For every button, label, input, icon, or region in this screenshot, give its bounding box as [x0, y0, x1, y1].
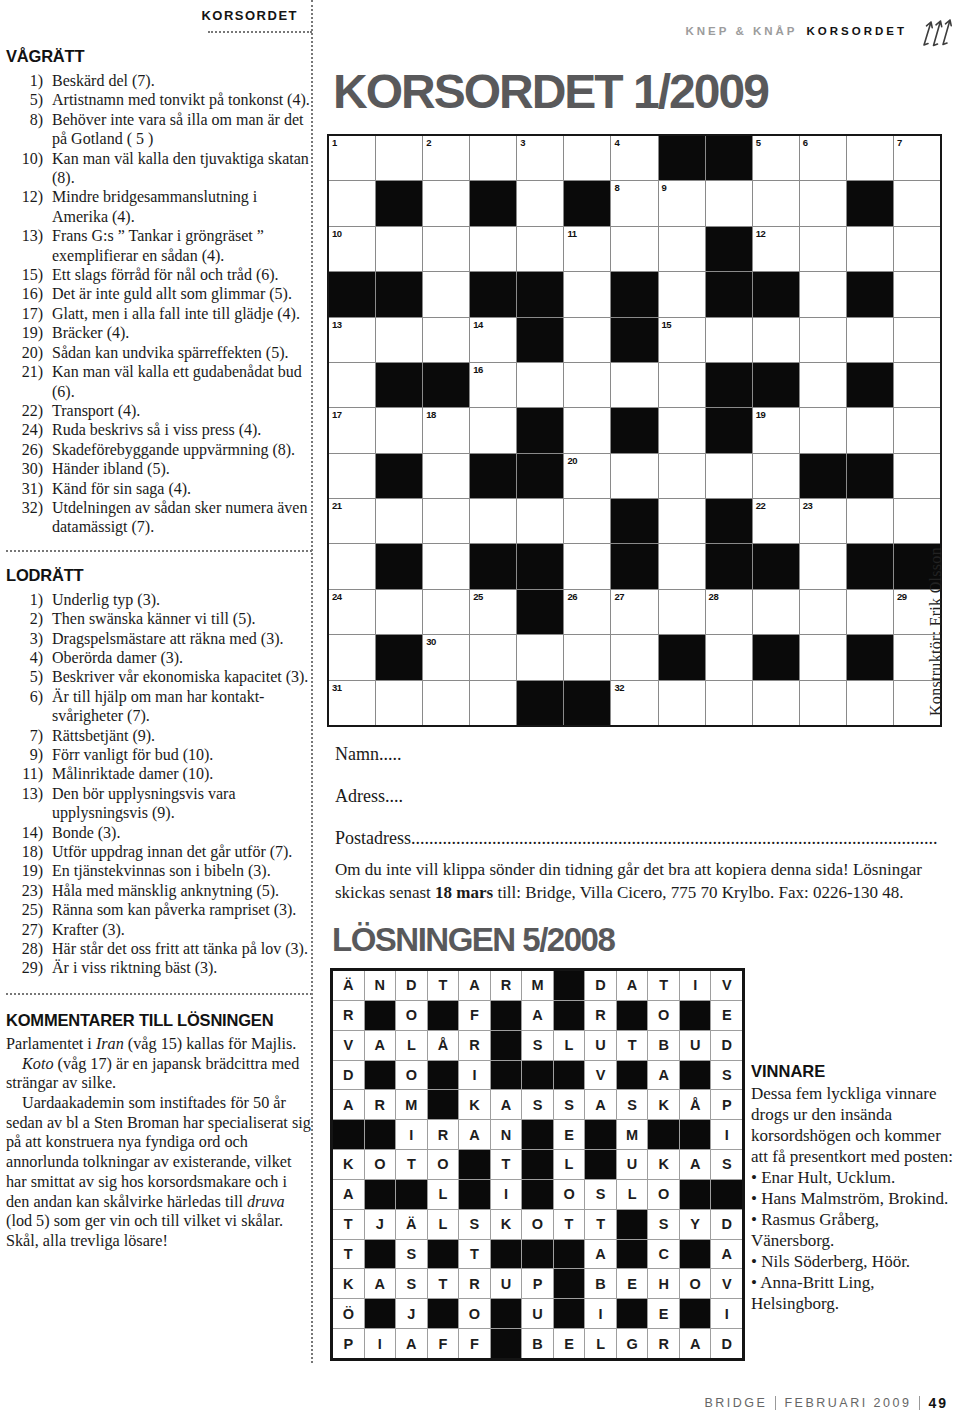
cell[interactable]: 15	[659, 318, 705, 362]
cell[interactable]	[659, 590, 705, 634]
cell-number: 31	[332, 682, 342, 693]
cell[interactable]	[706, 635, 752, 679]
cell-number: 17	[332, 409, 342, 420]
cell[interactable]	[423, 227, 469, 271]
black-cell	[706, 272, 752, 316]
cell: S	[648, 1210, 679, 1239]
black-cell	[365, 1180, 396, 1209]
cell[interactable]	[564, 272, 610, 316]
cell[interactable]	[329, 363, 375, 407]
cell[interactable]	[564, 499, 610, 543]
cell[interactable]: 31	[329, 681, 375, 725]
cell[interactable]	[423, 544, 469, 588]
clue-text: Ett slags förråd för nål och tråd (6).	[52, 265, 312, 284]
clue-text: Sådan kan undvika spärreffekten (5).	[52, 343, 312, 362]
cell: M	[522, 971, 553, 1000]
cell-number: 7	[897, 137, 902, 148]
cell: U	[617, 1150, 648, 1179]
solution-letter: B	[595, 1276, 605, 1292]
black-cell	[680, 1120, 711, 1149]
cell: B	[648, 1031, 679, 1060]
cell[interactable]: 6	[800, 136, 846, 180]
clue-number: 3)	[6, 629, 52, 648]
cell: S	[522, 1031, 553, 1060]
clue-text: Dragspelsmästare att räkna med (3).	[52, 629, 312, 648]
solution-letter: E	[564, 1127, 574, 1143]
cell[interactable]	[517, 181, 563, 225]
solution-letter: R	[469, 1037, 479, 1053]
cell[interactable]	[564, 635, 610, 679]
cell[interactable]: 25	[470, 590, 516, 634]
clue-text: Glatt, men i alla fall inte till glädje …	[52, 304, 312, 323]
solution-letter: S	[533, 1097, 543, 1113]
cell: T	[333, 1240, 364, 1269]
solution-letter: R	[469, 1276, 479, 1292]
cell[interactable]	[847, 227, 893, 271]
clue-text: Transport (4).	[52, 401, 312, 420]
clue-text: Ruda beskrivs så i viss press (4).	[52, 420, 312, 439]
cell[interactable]	[376, 136, 422, 180]
solution-letter: I	[472, 1067, 476, 1083]
cell[interactable]	[800, 590, 846, 634]
cell[interactable]: 9	[659, 181, 705, 225]
cell[interactable]	[847, 499, 893, 543]
black-cell	[585, 1120, 616, 1149]
clue-text: Kan man väl kalla den tjuvaktiga skatan …	[52, 149, 312, 188]
cell[interactable]	[329, 544, 375, 588]
solution-letter: O	[658, 1186, 669, 1202]
clue-item: 8)Behöver inte vara så illa om man är de…	[6, 110, 312, 149]
cell[interactable]	[423, 454, 469, 498]
cell[interactable]	[564, 544, 610, 588]
cell[interactable]: 12	[753, 227, 799, 271]
cell: F	[459, 1329, 490, 1358]
cell[interactable]	[470, 227, 516, 271]
clue-item: 17)Glatt, men i alla fall inte till gläd…	[6, 304, 312, 323]
black-cell	[396, 1180, 427, 1209]
cell[interactable]: 5	[753, 136, 799, 180]
text-segment: (våg 15) kallas för Majlis.	[124, 1035, 297, 1053]
clue-number: 31)	[6, 479, 52, 498]
cell: E	[648, 1299, 679, 1328]
cell[interactable]	[517, 363, 563, 407]
cell[interactable]	[800, 681, 846, 725]
solution-letter: O	[532, 1216, 543, 1232]
solution-title: LÖSNINGEN 5/2008	[332, 923, 614, 956]
cell: T	[396, 1150, 427, 1179]
black-cell	[554, 1299, 585, 1328]
cell: P	[711, 1090, 742, 1119]
solution-letter: I	[409, 1127, 413, 1143]
cell: D	[711, 1210, 742, 1239]
cell[interactable]: 2	[423, 136, 469, 180]
constructor-credit: Konstruktör: Erik Olsson	[927, 516, 945, 716]
clue-item: 29)Är i viss riktning bäst (3).	[6, 958, 312, 977]
cell: A	[680, 1150, 711, 1179]
black-cell	[470, 272, 516, 316]
cell: M	[396, 1090, 427, 1119]
cell[interactable]	[517, 635, 563, 679]
cell[interactable]	[423, 681, 469, 725]
cell[interactable]	[800, 318, 846, 362]
clue-item: 1)Underlig typ (3).	[6, 590, 312, 609]
solution-letter: D	[595, 977, 605, 993]
cell: T	[333, 1210, 364, 1239]
cell[interactable]: 16	[470, 363, 516, 407]
cell[interactable]: 28	[706, 590, 752, 634]
cell[interactable]: 20	[564, 454, 610, 498]
cell[interactable]: 17	[329, 408, 375, 452]
solution-letter: L	[596, 1336, 605, 1352]
cell[interactable]	[659, 681, 705, 725]
cell: A	[648, 1061, 679, 1090]
cell[interactable]	[847, 136, 893, 180]
clue-item: 19)Bräcker (4).	[6, 323, 312, 342]
clue-text: Kan man väl kalla ett gudabenådat bud (6…	[52, 362, 312, 401]
across-clue-list: 1)Beskärd del (7).5)Artistnamn med tonvi…	[6, 71, 312, 537]
black-cell	[611, 408, 657, 452]
cell: D	[711, 1329, 742, 1358]
black-cell	[522, 1240, 553, 1269]
cell[interactable]: 30	[423, 635, 469, 679]
cell[interactable]	[659, 454, 705, 498]
cell: R	[585, 1001, 616, 1030]
cell-number: 24	[332, 591, 342, 602]
cell[interactable]	[706, 181, 752, 225]
solution-letter: S	[627, 1097, 637, 1113]
solution-letter: O	[469, 1306, 480, 1322]
black-cell	[365, 1061, 396, 1090]
cell: D	[585, 971, 616, 1000]
cell-number: 14	[473, 319, 483, 330]
solution-letter: O	[437, 1156, 448, 1172]
cell[interactable]	[423, 590, 469, 634]
solution-letter: V	[596, 1067, 606, 1083]
solution-letter: F	[470, 1007, 479, 1023]
cell: B	[585, 1269, 616, 1298]
cell: U	[680, 1031, 711, 1060]
cell[interactable]	[423, 181, 469, 225]
solution-letter: H	[658, 1276, 668, 1292]
solution-letter: A	[375, 1276, 385, 1292]
cell[interactable]: 21	[329, 499, 375, 543]
cell[interactable]: 22	[753, 499, 799, 543]
cell: Ä	[333, 971, 364, 1000]
header-section-name: KNEP & KNÅP	[685, 25, 797, 37]
solution-letter: I	[725, 1306, 729, 1322]
cell[interactable]	[517, 499, 563, 543]
black-cell	[753, 272, 799, 316]
solution-letter: T	[565, 1216, 574, 1232]
footer-page-number: 49	[928, 1395, 948, 1411]
clue-number: 9)	[6, 745, 52, 764]
cell[interactable]	[706, 681, 752, 725]
black-cell	[680, 1001, 711, 1030]
cell[interactable]	[659, 363, 705, 407]
solution-letter: A	[469, 1127, 479, 1143]
black-cell	[376, 363, 422, 407]
three-arrows-icon	[916, 14, 956, 48]
cell[interactable]	[800, 544, 846, 588]
cell[interactable]	[376, 499, 422, 543]
cell-number: 32	[614, 682, 624, 693]
cell: T	[459, 1240, 490, 1269]
black-cell	[554, 1001, 585, 1030]
cell[interactable]	[800, 635, 846, 679]
cell: A	[617, 971, 648, 1000]
solution-letter: S	[722, 1067, 732, 1083]
solution-letter: U	[690, 1037, 700, 1053]
solution-letter: K	[501, 1216, 511, 1232]
winner-item: • Nils Söderberg, Höör.	[751, 1251, 959, 1272]
clue-text: Känd för sin saga (4).	[52, 479, 312, 498]
solution-letter: A	[658, 1067, 668, 1083]
cell[interactable]: 7	[894, 136, 940, 180]
cell[interactable]: 14	[470, 318, 516, 362]
solution-letter: R	[501, 977, 511, 993]
cell[interactable]	[564, 363, 610, 407]
black-cell	[365, 1120, 396, 1149]
clue-number: 19)	[6, 861, 52, 880]
cell: D	[333, 1061, 364, 1090]
cell-number: 11	[567, 228, 576, 239]
solution-letter: S	[722, 1156, 732, 1172]
black-cell	[617, 1061, 648, 1090]
cell[interactable]: 11	[564, 227, 610, 271]
cell[interactable]	[659, 272, 705, 316]
solution-letter: T	[407, 1156, 416, 1172]
solution-letter: F	[470, 1336, 479, 1352]
solution-grid: ÄNDTARMDATIVROFAROEVALÅRSLUTBUDDOIVASARM…	[330, 968, 745, 1361]
cell[interactable]: 26	[564, 590, 610, 634]
cell[interactable]	[800, 363, 846, 407]
cell[interactable]	[706, 454, 752, 498]
cell[interactable]	[423, 272, 469, 316]
cell[interactable]	[894, 408, 940, 452]
cell[interactable]: 23	[800, 499, 846, 543]
solution-letter: F	[438, 1336, 447, 1352]
puzzle-title: KORSORDET 1/2009	[333, 68, 768, 116]
cell-number: 29	[897, 591, 907, 602]
cell: J	[365, 1210, 396, 1239]
solution-letter: E	[564, 1336, 574, 1352]
cell[interactable]	[470, 681, 516, 725]
comment-paragraph: Koto (våg 17) är en japansk brädcittra m…	[6, 1055, 312, 1094]
solution-letter: A	[375, 1037, 385, 1053]
solution-letter: G	[626, 1336, 637, 1352]
cell: I	[711, 1299, 742, 1328]
cell[interactable]	[376, 590, 422, 634]
comment-paragraph: Parlamentet i Iran (våg 15) kallas för M…	[6, 1035, 312, 1055]
cell[interactable]	[376, 318, 422, 362]
black-cell	[611, 272, 657, 316]
clue-number: 22)	[6, 401, 52, 420]
cell[interactable]	[611, 227, 657, 271]
black-cell	[706, 136, 752, 180]
clue-text: Förr vanligt för bud (10).	[52, 745, 312, 764]
winner-item: • Rasmus Gråberg, Vänersborg.	[751, 1209, 959, 1251]
cell[interactable]	[894, 272, 940, 316]
clue-text: Underlig typ (3).	[52, 590, 312, 609]
cell: U	[585, 1031, 616, 1060]
solution-letter: A	[469, 977, 479, 993]
clue-text: Skadeförebyggande uppvärmning (8).	[52, 440, 312, 459]
cell[interactable]	[423, 499, 469, 543]
cell: R	[428, 1120, 459, 1149]
cell[interactable]	[329, 454, 375, 498]
black-cell	[365, 1001, 396, 1030]
cell[interactable]	[564, 136, 610, 180]
cell[interactable]	[847, 408, 893, 452]
cell[interactable]: 10	[329, 227, 375, 271]
cell[interactable]: 18	[423, 408, 469, 452]
cell[interactable]	[753, 181, 799, 225]
black-cell	[753, 544, 799, 588]
cell[interactable]	[894, 363, 940, 407]
black-cell	[800, 454, 846, 498]
clue-number: 28)	[6, 939, 52, 958]
cell[interactable]	[800, 181, 846, 225]
solution-letter: L	[438, 1186, 447, 1202]
cell[interactable]	[329, 635, 375, 679]
black-cell	[376, 544, 422, 588]
down-clue-list: 1)Underlig typ (3).2)Then swänska känner…	[6, 590, 312, 978]
cell[interactable]	[894, 181, 940, 225]
cell[interactable]	[329, 181, 375, 225]
black-cell	[706, 227, 752, 271]
cell[interactable]: 3	[517, 136, 563, 180]
magazine-page: KORSORDET VÅGRÄTT 1)Beskärd del (7).5)Ar…	[0, 0, 960, 1427]
cell: V	[333, 1031, 364, 1060]
cell[interactable]	[847, 318, 893, 362]
cell[interactable]	[706, 318, 752, 362]
solution-letter: R	[343, 1007, 353, 1023]
black-cell	[517, 681, 563, 725]
solution-letter: A	[690, 1336, 700, 1352]
cell[interactable]	[470, 136, 516, 180]
cell: T	[491, 1150, 522, 1179]
cell[interactable]	[847, 590, 893, 634]
cell[interactable]	[659, 408, 705, 452]
solution-letter: Y	[690, 1216, 700, 1232]
cell[interactable]: 13	[329, 318, 375, 362]
black-cell	[459, 1180, 490, 1209]
cell[interactable]	[894, 318, 940, 362]
solution-letter: N	[375, 977, 385, 993]
solution-letter: A	[406, 1336, 416, 1352]
solution-letter: O	[374, 1156, 385, 1172]
solution-letter: P	[533, 1276, 543, 1292]
cell-number: 5	[756, 137, 761, 148]
cell[interactable]	[800, 227, 846, 271]
cell[interactable]: 32	[611, 681, 657, 725]
cell[interactable]	[611, 635, 657, 679]
cell[interactable]	[423, 318, 469, 362]
clue-number: 13)	[6, 784, 52, 823]
cell: A	[333, 1180, 364, 1209]
cell: O	[396, 1001, 427, 1030]
cell: S	[396, 1240, 427, 1269]
cell[interactable]	[800, 408, 846, 452]
cell[interactable]	[753, 590, 799, 634]
cell[interactable]	[470, 635, 516, 679]
clue-text: Frans G:s ” Tankar i gröngräset ” exempl…	[52, 226, 312, 265]
clue-number: 18)	[6, 842, 52, 861]
clue-item: 2)Then swänska känner vi till (5).	[6, 609, 312, 628]
solution-letter: P	[343, 1336, 353, 1352]
cell[interactable]: 27	[611, 590, 657, 634]
clue-text: Rättsbetjänt (9).	[52, 726, 312, 745]
solution-letter: J	[407, 1306, 415, 1322]
solution-letter: L	[407, 1037, 416, 1053]
cell[interactable]: 1	[329, 136, 375, 180]
black-cell	[611, 499, 657, 543]
clue-text: Krafter (3).	[52, 920, 312, 939]
clue-item: 24)Ruda beskrivs så i viss press (4).	[6, 420, 312, 439]
black-cell	[376, 635, 422, 679]
cell[interactable]	[517, 227, 563, 271]
cell[interactable]	[376, 408, 422, 452]
cell[interactable]	[753, 318, 799, 362]
cell[interactable]	[564, 408, 610, 452]
cell[interactable]	[611, 454, 657, 498]
cell[interactable]	[564, 318, 610, 362]
cell[interactable]	[894, 454, 940, 498]
solution-letter: A	[690, 1156, 700, 1172]
cell: A	[491, 1090, 522, 1119]
cell[interactable]: 24	[329, 590, 375, 634]
cell[interactable]	[894, 227, 940, 271]
cell: S	[585, 1180, 616, 1209]
cell[interactable]	[376, 681, 422, 725]
black-cell	[554, 1061, 585, 1090]
black-cell	[617, 1001, 648, 1030]
solution-letter: A	[627, 977, 637, 993]
black-cell	[522, 1150, 553, 1179]
cell[interactable]	[753, 681, 799, 725]
cell: S	[617, 1090, 648, 1119]
cell[interactable]	[659, 227, 705, 271]
solution-letter: D	[721, 1216, 731, 1232]
cell[interactable]	[611, 363, 657, 407]
cell[interactable]: 4	[611, 136, 657, 180]
cell[interactable]	[753, 454, 799, 498]
black-cell	[753, 635, 799, 679]
cell[interactable]: 19	[753, 408, 799, 452]
cell[interactable]	[376, 227, 422, 271]
cell[interactable]	[800, 272, 846, 316]
cell[interactable]	[659, 499, 705, 543]
clue-item: 1)Beskärd del (7).	[6, 71, 312, 90]
clue-text: Den bör upplysningsvis vara upplysningsv…	[52, 784, 312, 823]
solution-letter: T	[344, 1246, 353, 1262]
cell: S	[396, 1269, 427, 1298]
solution-letter: K	[343, 1276, 353, 1292]
cell[interactable]	[470, 499, 516, 543]
clue-number: 27)	[6, 920, 52, 939]
solution-letter: K	[343, 1156, 353, 1172]
solution-letter: I	[725, 1127, 729, 1143]
black-cell	[333, 1120, 364, 1149]
cell[interactable]	[847, 681, 893, 725]
clue-item: 15)Ett slags förråd för nål och tråd (6)…	[6, 265, 312, 284]
cell: I	[459, 1061, 490, 1090]
cell[interactable]	[659, 544, 705, 588]
cell-number: 2	[426, 137, 431, 148]
cell[interactable]	[470, 408, 516, 452]
clue-text: Är i viss riktning bäst (3).	[52, 958, 312, 977]
cell[interactable]: 8	[611, 181, 657, 225]
